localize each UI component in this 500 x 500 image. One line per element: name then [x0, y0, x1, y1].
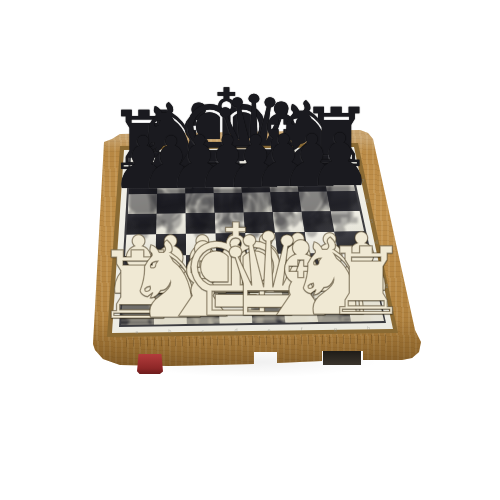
piece-white-rook: ♜	[324, 235, 408, 329]
piece-black-pawn: ♟	[308, 124, 373, 196]
chess-set-photo: ♜♞♝♚♛♝♞♜♟♟♟♟♟♟♟♟♟♟♟♟♟♟♟♟♜♞♝♚♛♝♞♜ ♜♞♝♚♛♝♞…	[0, 0, 500, 500]
pieces-layer: ♜♞♝♚♛♝♞♜♟♟♟♟♟♟♟♟♟♟♟♟♟♟♟♟♜♞♝♚♛♝♞♜	[0, 0, 500, 500]
